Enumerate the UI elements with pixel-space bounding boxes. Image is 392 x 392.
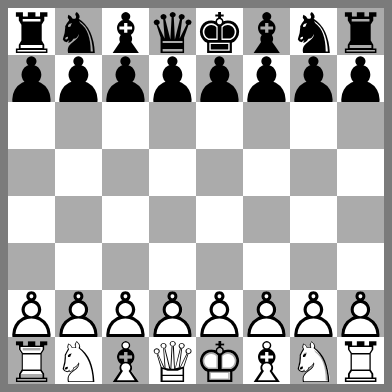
square-h8[interactable]: ♜ <box>337 8 384 55</box>
white-pawn-glyph-fill: ♟ <box>8 292 55 339</box>
black-pawn-glyph-fill: ♟ <box>102 57 149 104</box>
square-b6[interactable] <box>55 102 102 149</box>
white-knight-glyph-fill: ♞ <box>55 339 102 386</box>
piece-black-pawn: ♟ <box>243 57 290 104</box>
white-bishop-glyph-outline: ♗ <box>102 339 149 386</box>
square-b1[interactable]: ♞♘ <box>55 337 102 384</box>
square-e3[interactable] <box>196 243 243 290</box>
board-frame: ♜♞♝♛♚♝♞♜♟♟♟♟♟♟♟♟♟♙♟♙♟♙♟♙♟♙♟♙♟♙♟♙♜♖♞♘♝♗♛♕… <box>0 0 392 392</box>
white-queen-glyph-fill: ♛ <box>149 339 196 386</box>
square-g2[interactable]: ♟♙ <box>290 290 337 337</box>
white-pawn-glyph-outline: ♙ <box>102 292 149 339</box>
piece-black-bishop: ♝ <box>243 10 290 57</box>
piece-white-pawn: ♟♙ <box>149 292 196 339</box>
piece-black-pawn: ♟ <box>337 57 384 104</box>
black-bishop-glyph-fill: ♝ <box>102 10 149 57</box>
square-a6[interactable] <box>8 102 55 149</box>
black-rook-glyph-fill: ♜ <box>337 10 384 57</box>
piece-white-pawn: ♟♙ <box>290 292 337 339</box>
black-pawn-glyph-fill: ♟ <box>290 57 337 104</box>
white-rook-glyph-outline: ♖ <box>8 339 55 386</box>
piece-black-rook: ♜ <box>8 10 55 57</box>
piece-black-bishop: ♝ <box>102 10 149 57</box>
white-rook-glyph-fill: ♜ <box>337 339 384 386</box>
square-a5[interactable] <box>8 149 55 196</box>
square-d1[interactable]: ♛♕ <box>149 337 196 384</box>
black-pawn-glyph-fill: ♟ <box>243 57 290 104</box>
square-g3[interactable] <box>290 243 337 290</box>
black-rook-glyph-fill: ♜ <box>8 10 55 57</box>
piece-black-king: ♚ <box>196 10 243 57</box>
white-knight-glyph-outline: ♘ <box>55 339 102 386</box>
white-pawn-glyph-fill: ♟ <box>196 292 243 339</box>
square-h7[interactable]: ♟ <box>337 55 384 102</box>
piece-white-pawn: ♟♙ <box>337 292 384 339</box>
piece-black-pawn: ♟ <box>196 57 243 104</box>
square-f2[interactable]: ♟♙ <box>243 290 290 337</box>
white-knight-glyph-fill: ♞ <box>290 339 337 386</box>
square-c8[interactable]: ♝ <box>102 8 149 55</box>
piece-black-rook: ♜ <box>337 10 384 57</box>
square-h1[interactable]: ♜♖ <box>337 337 384 384</box>
square-d5[interactable] <box>149 149 196 196</box>
square-g7[interactable]: ♟ <box>290 55 337 102</box>
square-a7[interactable]: ♟ <box>8 55 55 102</box>
piece-white-pawn: ♟♙ <box>8 292 55 339</box>
square-c1[interactable]: ♝♗ <box>102 337 149 384</box>
square-c4[interactable] <box>102 196 149 243</box>
square-d2[interactable]: ♟♙ <box>149 290 196 337</box>
square-g5[interactable] <box>290 149 337 196</box>
square-d6[interactable] <box>149 102 196 149</box>
square-e7[interactable]: ♟ <box>196 55 243 102</box>
piece-white-rook: ♜♖ <box>337 339 384 386</box>
square-b8[interactable]: ♞ <box>55 8 102 55</box>
piece-white-queen: ♛♕ <box>149 339 196 386</box>
white-pawn-glyph-fill: ♟ <box>290 292 337 339</box>
black-knight-glyph-fill: ♞ <box>290 10 337 57</box>
white-pawn-glyph-outline: ♙ <box>149 292 196 339</box>
white-pawn-glyph-outline: ♙ <box>337 292 384 339</box>
piece-white-rook: ♜♖ <box>8 339 55 386</box>
square-b5[interactable] <box>55 149 102 196</box>
black-pawn-glyph-fill: ♟ <box>196 57 243 104</box>
square-a2[interactable]: ♟♙ <box>8 290 55 337</box>
white-pawn-glyph-fill: ♟ <box>149 292 196 339</box>
white-pawn-glyph-fill: ♟ <box>102 292 149 339</box>
black-knight-glyph-fill: ♞ <box>55 10 102 57</box>
square-e6[interactable] <box>196 102 243 149</box>
white-king-glyph-fill: ♚ <box>196 339 243 386</box>
piece-white-pawn: ♟♙ <box>243 292 290 339</box>
square-b3[interactable] <box>55 243 102 290</box>
square-g6[interactable] <box>290 102 337 149</box>
piece-black-queen: ♛ <box>149 10 196 57</box>
square-h6[interactable] <box>337 102 384 149</box>
white-bishop-glyph-fill: ♝ <box>243 339 290 386</box>
square-c7[interactable]: ♟ <box>102 55 149 102</box>
piece-white-king: ♚♔ <box>196 339 243 386</box>
piece-white-pawn: ♟♙ <box>102 292 149 339</box>
square-b2[interactable]: ♟♙ <box>55 290 102 337</box>
square-h2[interactable]: ♟♙ <box>337 290 384 337</box>
piece-black-pawn: ♟ <box>102 57 149 104</box>
piece-black-pawn: ♟ <box>290 57 337 104</box>
square-b4[interactable] <box>55 196 102 243</box>
black-pawn-glyph-fill: ♟ <box>8 57 55 104</box>
square-d3[interactable] <box>149 243 196 290</box>
white-pawn-glyph-outline: ♙ <box>290 292 337 339</box>
square-f3[interactable] <box>243 243 290 290</box>
piece-white-pawn: ♟♙ <box>55 292 102 339</box>
piece-black-pawn: ♟ <box>149 57 196 104</box>
square-e5[interactable] <box>196 149 243 196</box>
white-pawn-glyph-outline: ♙ <box>243 292 290 339</box>
square-e4[interactable] <box>196 196 243 243</box>
piece-white-pawn: ♟♙ <box>196 292 243 339</box>
square-a4[interactable] <box>8 196 55 243</box>
square-a1[interactable]: ♜♖ <box>8 337 55 384</box>
black-pawn-glyph-fill: ♟ <box>337 57 384 104</box>
square-d8[interactable]: ♛ <box>149 8 196 55</box>
white-pawn-glyph-outline: ♙ <box>196 292 243 339</box>
square-e8[interactable]: ♚ <box>196 8 243 55</box>
white-bishop-glyph-fill: ♝ <box>102 339 149 386</box>
square-h5[interactable] <box>337 149 384 196</box>
square-g4[interactable] <box>290 196 337 243</box>
square-f1[interactable]: ♝♗ <box>243 337 290 384</box>
square-c5[interactable] <box>102 149 149 196</box>
white-bishop-glyph-outline: ♗ <box>243 339 290 386</box>
square-c3[interactable] <box>102 243 149 290</box>
square-d7[interactable]: ♟ <box>149 55 196 102</box>
square-g8[interactable]: ♞ <box>290 8 337 55</box>
piece-black-knight: ♞ <box>290 10 337 57</box>
square-c2[interactable]: ♟♙ <box>102 290 149 337</box>
piece-white-bishop: ♝♗ <box>102 339 149 386</box>
piece-white-knight: ♞♘ <box>290 339 337 386</box>
black-bishop-glyph-fill: ♝ <box>243 10 290 57</box>
square-f4[interactable] <box>243 196 290 243</box>
square-e2[interactable]: ♟♙ <box>196 290 243 337</box>
square-c6[interactable] <box>102 102 149 149</box>
piece-black-knight: ♞ <box>55 10 102 57</box>
white-pawn-glyph-fill: ♟ <box>55 292 102 339</box>
white-knight-glyph-outline: ♘ <box>290 339 337 386</box>
black-pawn-glyph-fill: ♟ <box>55 57 102 104</box>
white-pawn-glyph-outline: ♙ <box>8 292 55 339</box>
square-g1[interactable]: ♞♘ <box>290 337 337 384</box>
square-e1[interactable]: ♚♔ <box>196 337 243 384</box>
white-king-glyph-outline: ♔ <box>196 339 243 386</box>
white-rook-glyph-outline: ♖ <box>337 339 384 386</box>
black-queen-glyph-fill: ♛ <box>149 10 196 57</box>
piece-black-pawn: ♟ <box>8 57 55 104</box>
chess-board: ♜♞♝♛♚♝♞♜♟♟♟♟♟♟♟♟♟♙♟♙♟♙♟♙♟♙♟♙♟♙♟♙♜♖♞♘♝♗♛♕… <box>8 8 384 384</box>
square-a3[interactable] <box>8 243 55 290</box>
square-b7[interactable]: ♟ <box>55 55 102 102</box>
piece-black-pawn: ♟ <box>55 57 102 104</box>
square-f7[interactable]: ♟ <box>243 55 290 102</box>
white-queen-glyph-outline: ♕ <box>149 339 196 386</box>
white-rook-glyph-fill: ♜ <box>8 339 55 386</box>
piece-white-knight: ♞♘ <box>55 339 102 386</box>
square-f5[interactable] <box>243 149 290 196</box>
square-a8[interactable]: ♜ <box>8 8 55 55</box>
black-king-glyph-fill: ♚ <box>196 10 243 57</box>
piece-white-bishop: ♝♗ <box>243 339 290 386</box>
square-d4[interactable] <box>149 196 196 243</box>
square-f6[interactable] <box>243 102 290 149</box>
white-pawn-glyph-fill: ♟ <box>337 292 384 339</box>
square-h3[interactable] <box>337 243 384 290</box>
white-pawn-glyph-outline: ♙ <box>55 292 102 339</box>
black-pawn-glyph-fill: ♟ <box>149 57 196 104</box>
white-pawn-glyph-fill: ♟ <box>243 292 290 339</box>
square-f8[interactable]: ♝ <box>243 8 290 55</box>
square-h4[interactable] <box>337 196 384 243</box>
